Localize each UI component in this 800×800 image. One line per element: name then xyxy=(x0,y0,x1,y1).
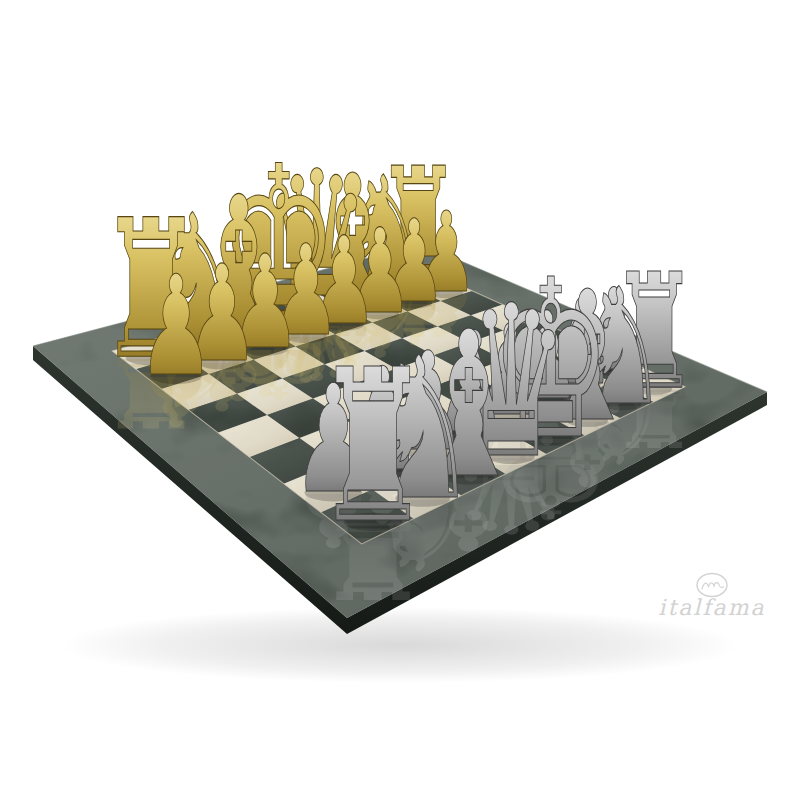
brand-logo-icon xyxy=(697,574,727,597)
gold-pawn: ♟ xyxy=(138,246,215,407)
brand-name: italfama xyxy=(658,595,765,620)
brand-watermark: italfama xyxy=(658,574,765,621)
product-photo-stage: ♜♜♞♞♟♟♝♝♟♟♛♛♟♟♚♚♟♟♝♝♟♟♞♞♟♟♜♜♟♟♟♟♟♟♟♟♜♜♟♟… xyxy=(0,0,800,800)
brand-logo-scribble xyxy=(702,583,724,589)
silver-rook: ♜ xyxy=(314,324,431,569)
chess-pieces: ♜♜♞♞♟♟♝♝♟♟♛♛♟♟♚♚♟♟♝♝♟♟♞♞♟♟♜♜♟♟♟♟♟♟♟♟♜♜♟♟… xyxy=(98,120,699,620)
chess-board: ♜♜♞♞♟♟♝♝♟♟♛♛♟♟♚♚♟♟♝♝♟♟♞♞♟♟♜♜♟♟♟♟♟♟♟♟♜♜♟♟… xyxy=(0,0,800,800)
